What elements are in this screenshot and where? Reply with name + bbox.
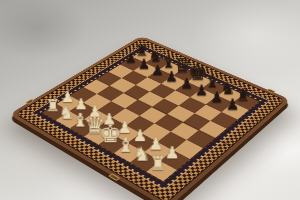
square-f7: ♟ — [191, 89, 217, 104]
photo-scene: ♜♞♝♛♚♝♞♜♟♟♟♟♟♟♟♟♟♟♟♟♟♟♟♟♜♞♝♛♚♝♞♜ — [0, 0, 300, 200]
